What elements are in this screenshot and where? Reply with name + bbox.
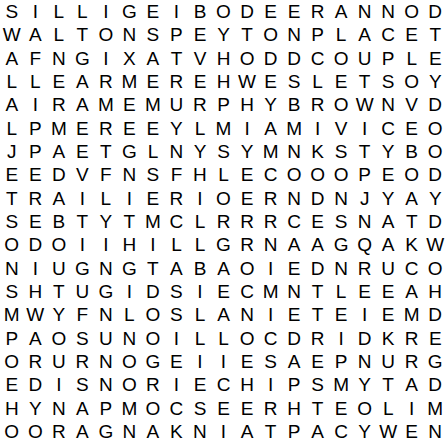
grid-cell[interactable]: Y: [235, 140, 259, 163]
grid-cell[interactable]: M: [118, 70, 142, 93]
grid-cell[interactable]: L: [0, 117, 24, 140]
grid-cell[interactable]: N: [94, 350, 118, 373]
grid-cell[interactable]: Y: [259, 93, 283, 116]
grid-cell[interactable]: I: [188, 280, 212, 303]
grid-cell[interactable]: N: [282, 23, 306, 46]
grid-cell[interactable]: H: [188, 163, 212, 186]
grid-cell[interactable]: Y: [353, 420, 377, 443]
grid-cell[interactable]: I: [71, 187, 95, 210]
grid-cell[interactable]: N: [329, 256, 353, 279]
grid-cell[interactable]: S: [282, 70, 306, 93]
grid-cell[interactable]: I: [24, 256, 48, 279]
grid-cell[interactable]: V: [188, 47, 212, 70]
grid-cell[interactable]: O: [118, 350, 142, 373]
grid-cell[interactable]: N: [353, 0, 377, 23]
grid-cell[interactable]: U: [376, 256, 400, 279]
grid-cell[interactable]: T: [423, 23, 447, 46]
grid-cell[interactable]: Y: [423, 187, 447, 210]
grid-cell[interactable]: E: [329, 70, 353, 93]
grid-cell[interactable]: T: [306, 303, 330, 326]
grid-cell[interactable]: G: [94, 420, 118, 443]
grid-cell[interactable]: G: [118, 0, 142, 23]
grid-cell[interactable]: D: [24, 233, 48, 256]
grid-cell[interactable]: I: [259, 303, 283, 326]
grid-cell[interactable]: S: [376, 70, 400, 93]
grid-cell[interactable]: H: [212, 47, 236, 70]
grid-cell[interactable]: N: [94, 373, 118, 396]
grid-cell[interactable]: O: [400, 163, 424, 186]
grid-cell[interactable]: M: [141, 93, 165, 116]
grid-cell[interactable]: R: [259, 187, 283, 210]
grid-cell[interactable]: O: [118, 373, 142, 396]
grid-cell[interactable]: I: [71, 233, 95, 256]
grid-cell[interactable]: I: [329, 326, 353, 349]
grid-cell[interactable]: N: [118, 23, 142, 46]
grid-cell[interactable]: H: [282, 396, 306, 419]
grid-cell[interactable]: E: [188, 70, 212, 93]
grid-cell[interactable]: R: [306, 93, 330, 116]
grid-cell[interactable]: D: [47, 163, 71, 186]
grid-cell[interactable]: A: [71, 396, 95, 419]
grid-cell[interactable]: E: [212, 396, 236, 419]
grid-cell[interactable]: W: [353, 93, 377, 116]
grid-cell[interactable]: E: [235, 187, 259, 210]
grid-cell[interactable]: E: [282, 0, 306, 23]
grid-cell[interactable]: A: [376, 210, 400, 233]
grid-cell[interactable]: O: [235, 256, 259, 279]
grid-cell[interactable]: O: [259, 23, 283, 46]
grid-cell[interactable]: A: [212, 303, 236, 326]
grid-cell[interactable]: E: [141, 117, 165, 140]
grid-cell[interactable]: O: [306, 163, 330, 186]
grid-cell[interactable]: R: [141, 373, 165, 396]
grid-cell[interactable]: N: [0, 256, 24, 279]
grid-cell[interactable]: F: [94, 163, 118, 186]
grid-cell[interactable]: Y: [376, 187, 400, 210]
grid-cell[interactable]: S: [141, 23, 165, 46]
grid-cell[interactable]: A: [235, 420, 259, 443]
grid-cell[interactable]: A: [259, 117, 283, 140]
grid-cell[interactable]: L: [212, 163, 236, 186]
grid-cell[interactable]: N: [165, 140, 189, 163]
grid-cell[interactable]: O: [141, 396, 165, 419]
grid-cell[interactable]: C: [165, 396, 189, 419]
grid-cell[interactable]: D: [235, 0, 259, 23]
grid-cell[interactable]: E: [188, 23, 212, 46]
grid-cell[interactable]: D: [423, 210, 447, 233]
grid-cell[interactable]: S: [0, 0, 24, 23]
grid-cell[interactable]: L: [24, 70, 48, 93]
grid-cell[interactable]: I: [165, 0, 189, 23]
grid-cell[interactable]: A: [0, 47, 24, 70]
grid-cell[interactable]: S: [0, 280, 24, 303]
grid-cell[interactable]: H: [212, 70, 236, 93]
grid-cell[interactable]: A: [71, 70, 95, 93]
grid-cell[interactable]: A: [282, 233, 306, 256]
grid-cell[interactable]: E: [0, 163, 24, 186]
grid-cell[interactable]: R: [165, 187, 189, 210]
grid-cell[interactable]: K: [306, 140, 330, 163]
grid-cell[interactable]: D: [423, 163, 447, 186]
grid-cell[interactable]: N: [118, 163, 142, 186]
grid-cell[interactable]: B: [282, 93, 306, 116]
grid-cell[interactable]: I: [353, 303, 377, 326]
grid-cell[interactable]: C: [165, 210, 189, 233]
grid-cell[interactable]: I: [24, 93, 48, 116]
grid-cell[interactable]: N: [376, 93, 400, 116]
grid-cell[interactable]: Y: [423, 70, 447, 93]
grid-cell[interactable]: A: [329, 0, 353, 23]
grid-cell[interactable]: E: [141, 0, 165, 23]
grid-cell[interactable]: T: [141, 256, 165, 279]
grid-cell[interactable]: O: [141, 326, 165, 349]
grid-cell[interactable]: T: [118, 210, 142, 233]
grid-cell[interactable]: H: [235, 93, 259, 116]
grid-cell[interactable]: E: [259, 70, 283, 93]
grid-cell[interactable]: H: [0, 396, 24, 419]
grid-cell[interactable]: D: [282, 47, 306, 70]
grid-cell[interactable]: O: [0, 233, 24, 256]
grid-cell[interactable]: O: [47, 233, 71, 256]
grid-cell[interactable]: T: [259, 420, 283, 443]
grid-cell[interactable]: U: [353, 47, 377, 70]
grid-cell[interactable]: I: [141, 233, 165, 256]
grid-cell[interactable]: A: [47, 140, 71, 163]
grid-cell[interactable]: N: [47, 396, 71, 419]
grid-cell[interactable]: P: [353, 163, 377, 186]
grid-cell[interactable]: L: [94, 187, 118, 210]
grid-cell[interactable]: U: [165, 93, 189, 116]
grid-cell[interactable]: L: [0, 70, 24, 93]
grid-cell[interactable]: U: [71, 280, 95, 303]
grid-cell[interactable]: G: [329, 233, 353, 256]
grid-cell[interactable]: S: [329, 140, 353, 163]
grid-cell[interactable]: L: [188, 233, 212, 256]
grid-cell[interactable]: Y: [353, 373, 377, 396]
grid-cell[interactable]: P: [94, 396, 118, 419]
grid-cell[interactable]: C: [376, 23, 400, 46]
grid-cell[interactable]: E: [376, 163, 400, 186]
grid-cell[interactable]: I: [94, 0, 118, 23]
grid-cell[interactable]: S: [306, 373, 330, 396]
grid-cell[interactable]: E: [188, 373, 212, 396]
grid-cell[interactable]: T: [235, 23, 259, 46]
grid-cell[interactable]: R: [306, 326, 330, 349]
grid-cell[interactable]: O: [47, 326, 71, 349]
grid-cell[interactable]: P: [329, 350, 353, 373]
grid-cell[interactable]: V: [329, 117, 353, 140]
grid-cell[interactable]: I: [353, 117, 377, 140]
grid-cell[interactable]: L: [188, 117, 212, 140]
grid-cell[interactable]: S: [188, 396, 212, 419]
grid-cell[interactable]: W: [376, 420, 400, 443]
grid-cell[interactable]: D: [282, 326, 306, 349]
grid-cell[interactable]: C: [400, 256, 424, 279]
grid-cell[interactable]: M: [141, 210, 165, 233]
grid-cell[interactable]: L: [188, 210, 212, 233]
grid-cell[interactable]: L: [212, 326, 236, 349]
grid-cell[interactable]: V: [71, 163, 95, 186]
grid-cell[interactable]: A: [376, 233, 400, 256]
grid-cell[interactable]: T: [71, 23, 95, 46]
grid-cell[interactable]: C: [212, 373, 236, 396]
grid-cell[interactable]: N: [376, 0, 400, 23]
grid-cell[interactable]: E: [71, 140, 95, 163]
grid-cell[interactable]: H: [24, 280, 48, 303]
grid-cell[interactable]: E: [141, 187, 165, 210]
grid-cell[interactable]: M: [94, 93, 118, 116]
grid-cell[interactable]: M: [259, 140, 283, 163]
grid-cell[interactable]: C: [235, 280, 259, 303]
grid-cell[interactable]: B: [47, 210, 71, 233]
grid-cell[interactable]: A: [400, 280, 424, 303]
grid-cell[interactable]: F: [24, 47, 48, 70]
grid-cell[interactable]: G: [118, 256, 142, 279]
grid-cell[interactable]: U: [94, 326, 118, 349]
grid-cell[interactable]: S: [259, 350, 283, 373]
grid-cell[interactable]: T: [165, 47, 189, 70]
grid-cell[interactable]: T: [0, 187, 24, 210]
grid-cell[interactable]: L: [306, 70, 330, 93]
grid-cell[interactable]: U: [47, 256, 71, 279]
grid-cell[interactable]: S: [165, 303, 189, 326]
grid-cell[interactable]: A: [0, 93, 24, 116]
grid-cell[interactable]: N: [94, 256, 118, 279]
grid-cell[interactable]: O: [353, 396, 377, 419]
grid-cell[interactable]: L: [118, 303, 142, 326]
grid-cell[interactable]: K: [376, 326, 400, 349]
grid-cell[interactable]: G: [71, 47, 95, 70]
grid-cell[interactable]: D: [423, 0, 447, 23]
grid-cell[interactable]: A: [212, 256, 236, 279]
grid-cell[interactable]: U: [47, 350, 71, 373]
grid-cell[interactable]: M: [47, 117, 71, 140]
grid-cell[interactable]: C: [259, 163, 283, 186]
grid-cell[interactable]: Y: [212, 23, 236, 46]
grid-cell[interactable]: O: [329, 47, 353, 70]
grid-cell[interactable]: P: [24, 140, 48, 163]
grid-cell[interactable]: I: [165, 373, 189, 396]
grid-cell[interactable]: N: [235, 303, 259, 326]
grid-cell[interactable]: G: [118, 140, 142, 163]
grid-cell[interactable]: E: [306, 210, 330, 233]
grid-cell[interactable]: A: [353, 23, 377, 46]
grid-cell[interactable]: A: [141, 420, 165, 443]
grid-cell[interactable]: M: [400, 303, 424, 326]
grid-cell[interactable]: I: [47, 373, 71, 396]
grid-cell[interactable]: P: [282, 420, 306, 443]
grid-cell[interactable]: I: [118, 280, 142, 303]
grid-cell[interactable]: M: [212, 117, 236, 140]
grid-cell[interactable]: I: [259, 256, 283, 279]
grid-cell[interactable]: Y: [24, 396, 48, 419]
grid-cell[interactable]: D: [423, 303, 447, 326]
grid-cell[interactable]: O: [0, 420, 24, 443]
grid-cell[interactable]: N: [282, 140, 306, 163]
grid-cell[interactable]: B: [400, 140, 424, 163]
grid-cell[interactable]: E: [24, 163, 48, 186]
grid-cell[interactable]: E: [400, 23, 424, 46]
grid-cell[interactable]: A: [306, 420, 330, 443]
grid-cell[interactable]: S: [165, 280, 189, 303]
grid-cell[interactable]: W: [24, 303, 48, 326]
grid-cell[interactable]: O: [235, 326, 259, 349]
grid-cell[interactable]: R: [400, 350, 424, 373]
grid-cell[interactable]: G: [71, 256, 95, 279]
grid-cell[interactable]: T: [376, 373, 400, 396]
grid-cell[interactable]: E: [400, 117, 424, 140]
grid-cell[interactable]: X: [118, 47, 142, 70]
grid-cell[interactable]: W: [0, 23, 24, 46]
grid-cell[interactable]: E: [400, 420, 424, 443]
grid-cell[interactable]: P: [0, 326, 24, 349]
grid-cell[interactable]: M: [329, 373, 353, 396]
grid-cell[interactable]: C: [306, 47, 330, 70]
grid-cell[interactable]: E: [118, 117, 142, 140]
grid-cell[interactable]: N: [353, 210, 377, 233]
grid-cell[interactable]: A: [306, 233, 330, 256]
grid-cell[interactable]: R: [94, 117, 118, 140]
grid-cell[interactable]: L: [188, 326, 212, 349]
grid-cell[interactable]: K: [400, 233, 424, 256]
grid-cell[interactable]: D: [423, 373, 447, 396]
grid-cell[interactable]: K: [165, 420, 189, 443]
grid-cell[interactable]: R: [188, 93, 212, 116]
grid-cell[interactable]: A: [47, 187, 71, 210]
grid-cell[interactable]: R: [94, 70, 118, 93]
grid-cell[interactable]: E: [235, 163, 259, 186]
grid-cell[interactable]: A: [71, 420, 95, 443]
grid-cell[interactable]: D: [259, 47, 283, 70]
grid-cell[interactable]: B: [188, 256, 212, 279]
grid-cell[interactable]: O: [423, 256, 447, 279]
grid-cell[interactable]: E: [259, 0, 283, 23]
grid-cell[interactable]: R: [212, 210, 236, 233]
grid-cell[interactable]: T: [353, 70, 377, 93]
grid-cell[interactable]: E: [0, 373, 24, 396]
grid-cell[interactable]: I: [94, 47, 118, 70]
grid-cell[interactable]: E: [329, 303, 353, 326]
grid-cell[interactable]: Y: [47, 303, 71, 326]
grid-cell[interactable]: R: [400, 326, 424, 349]
grid-cell[interactable]: M: [118, 396, 142, 419]
grid-cell[interactable]: O: [0, 350, 24, 373]
grid-cell[interactable]: N: [47, 47, 71, 70]
grid-cell[interactable]: G: [141, 350, 165, 373]
grid-cell[interactable]: W: [423, 233, 447, 256]
grid-cell[interactable]: R: [259, 396, 283, 419]
grid-cell[interactable]: F: [165, 163, 189, 186]
grid-cell[interactable]: E: [376, 303, 400, 326]
grid-cell[interactable]: N: [118, 420, 142, 443]
grid-cell[interactable]: A: [141, 47, 165, 70]
grid-cell[interactable]: P: [165, 23, 189, 46]
grid-cell[interactable]: L: [376, 396, 400, 419]
grid-cell[interactable]: R: [235, 210, 259, 233]
grid-cell[interactable]: L: [141, 140, 165, 163]
grid-cell[interactable]: A: [71, 93, 95, 116]
grid-cell[interactable]: S: [71, 373, 95, 396]
grid-cell[interactable]: M: [423, 396, 447, 419]
grid-cell[interactable]: T: [400, 210, 424, 233]
grid-cell[interactable]: E: [47, 70, 71, 93]
grid-cell[interactable]: H: [235, 373, 259, 396]
grid-cell[interactable]: G: [212, 233, 236, 256]
grid-cell[interactable]: Y: [165, 117, 189, 140]
grid-cell[interactable]: H: [423, 280, 447, 303]
grid-cell[interactable]: R: [24, 187, 48, 210]
grid-cell[interactable]: J: [0, 140, 24, 163]
grid-cell[interactable]: P: [24, 117, 48, 140]
grid-cell[interactable]: E: [71, 117, 95, 140]
grid-cell[interactable]: T: [47, 280, 71, 303]
grid-cell[interactable]: L: [71, 0, 95, 23]
grid-cell[interactable]: R: [47, 93, 71, 116]
grid-cell[interactable]: R: [71, 350, 95, 373]
grid-cell[interactable]: J: [353, 187, 377, 210]
grid-cell[interactable]: L: [165, 233, 189, 256]
grid-cell[interactable]: R: [47, 420, 71, 443]
grid-cell[interactable]: A: [400, 187, 424, 210]
grid-cell[interactable]: T: [353, 140, 377, 163]
grid-cell[interactable]: C: [376, 117, 400, 140]
grid-cell[interactable]: R: [165, 70, 189, 93]
grid-cell[interactable]: D: [24, 373, 48, 396]
grid-cell[interactable]: L: [47, 23, 71, 46]
grid-cell[interactable]: S: [212, 140, 236, 163]
grid-cell[interactable]: I: [259, 373, 283, 396]
grid-cell[interactable]: R: [306, 0, 330, 23]
grid-cell[interactable]: L: [329, 23, 353, 46]
grid-cell[interactable]: T: [306, 396, 330, 419]
grid-cell[interactable]: N: [259, 233, 283, 256]
grid-cell[interactable]: E: [423, 326, 447, 349]
grid-cell[interactable]: E: [235, 350, 259, 373]
grid-cell[interactable]: Y: [188, 140, 212, 163]
grid-cell[interactable]: D: [306, 187, 330, 210]
grid-cell[interactable]: R: [235, 233, 259, 256]
grid-cell[interactable]: R: [353, 256, 377, 279]
grid-cell[interactable]: N: [423, 420, 447, 443]
grid-cell[interactable]: E: [165, 350, 189, 373]
grid-cell[interactable]: E: [376, 280, 400, 303]
grid-cell[interactable]: O: [282, 163, 306, 186]
grid-cell[interactable]: Y: [94, 210, 118, 233]
grid-cell[interactable]: S: [71, 326, 95, 349]
grid-cell[interactable]: A: [24, 326, 48, 349]
grid-cell[interactable]: A: [165, 256, 189, 279]
grid-cell[interactable]: N: [353, 350, 377, 373]
grid-cell[interactable]: P: [306, 23, 330, 46]
grid-cell[interactable]: U: [376, 350, 400, 373]
grid-cell[interactable]: E: [282, 256, 306, 279]
grid-cell[interactable]: C: [329, 420, 353, 443]
grid-cell[interactable]: O: [329, 93, 353, 116]
grid-cell[interactable]: I: [165, 326, 189, 349]
grid-cell[interactable]: D: [423, 93, 447, 116]
grid-cell[interactable]: E: [282, 303, 306, 326]
grid-cell[interactable]: N: [94, 303, 118, 326]
grid-cell[interactable]: O: [329, 163, 353, 186]
grid-cell[interactable]: N: [329, 187, 353, 210]
grid-cell[interactable]: L: [329, 280, 353, 303]
grid-cell[interactable]: E: [212, 280, 236, 303]
grid-cell[interactable]: E: [118, 93, 142, 116]
grid-cell[interactable]: I: [400, 396, 424, 419]
grid-cell[interactable]: A: [282, 350, 306, 373]
grid-cell[interactable]: C: [259, 326, 283, 349]
grid-cell[interactable]: H: [118, 233, 142, 256]
